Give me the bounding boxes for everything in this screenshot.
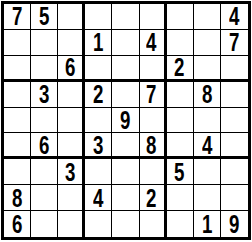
cell-r8c3[interactable] [58,185,85,211]
cell-r9c8[interactable]: 1 [194,211,221,237]
cell-r2c6[interactable]: 4 [140,30,167,56]
cell-r8c5[interactable] [112,185,139,211]
given-digit: 7 [146,82,156,107]
given-digit: 3 [65,159,75,184]
given-digit: 3 [93,133,103,157]
cell-r4c7[interactable] [167,82,194,108]
cell-r5c1[interactable] [4,108,31,134]
cell-r8c2[interactable] [31,185,58,211]
cell-r9c1[interactable]: 6 [4,211,31,237]
cell-r4c3[interactable] [58,82,85,108]
cell-r5c8[interactable] [194,108,221,134]
cell-r3c7[interactable]: 2 [167,56,194,82]
cell-r5c6[interactable] [140,108,167,134]
cell-r6c4[interactable]: 3 [85,133,112,159]
given-digit: 2 [146,185,156,210]
cell-r7c7[interactable]: 5 [167,159,194,185]
given-digit: 4 [146,30,156,55]
cell-r3c8[interactable] [194,56,221,82]
cell-r1c2[interactable]: 5 [31,4,58,30]
given-digit: 2 [174,56,184,80]
given-digit: 2 [93,82,103,107]
cell-r4c5[interactable] [112,82,139,108]
cell-r4c4[interactable]: 2 [85,82,112,108]
cell-r1c4[interactable] [85,4,112,30]
given-digit: 3 [39,82,49,107]
cell-r9c5[interactable] [112,211,139,237]
cell-r2c8[interactable] [194,30,221,56]
given-digit: 6 [65,56,75,80]
given-digit: 6 [12,211,22,237]
given-digit: 4 [93,185,103,210]
cell-r2c5[interactable] [112,30,139,56]
cell-r4c2[interactable]: 3 [31,82,58,108]
given-digit: 9 [229,211,239,237]
cell-r8c1[interactable]: 8 [4,185,31,211]
cell-r1c3[interactable] [58,4,85,30]
given-digit: 8 [12,185,22,210]
given-digit: 1 [202,211,212,237]
cell-r4c6[interactable]: 7 [140,82,167,108]
cell-r1c8[interactable] [194,4,221,30]
cell-r8c7[interactable] [167,185,194,211]
cell-r6c9[interactable] [221,133,248,159]
given-digit: 9 [120,108,130,133]
cell-r8c4[interactable]: 4 [85,185,112,211]
cell-r9c6[interactable] [140,211,167,237]
cell-r2c2[interactable] [31,30,58,56]
cell-r8c6[interactable]: 2 [140,185,167,211]
cell-r2c1[interactable] [4,30,31,56]
cell-r8c8[interactable] [194,185,221,211]
given-digit: 5 [39,4,49,29]
cell-r3c2[interactable] [31,56,58,82]
cell-r6c1[interactable] [4,133,31,159]
cell-r3c6[interactable] [140,56,167,82]
cell-r3c3[interactable]: 6 [58,56,85,82]
cell-r9c3[interactable] [58,211,85,237]
cell-r7c4[interactable] [85,159,112,185]
cell-r5c2[interactable] [31,108,58,134]
cell-r1c1[interactable]: 7 [4,4,31,30]
cell-r6c3[interactable] [58,133,85,159]
cell-r3c5[interactable] [112,56,139,82]
cell-r7c9[interactable] [221,159,248,185]
cell-r1c5[interactable] [112,4,139,30]
cell-r9c4[interactable] [85,211,112,237]
given-digit: 5 [174,159,184,184]
given-digit: 4 [202,133,212,157]
cell-r4c9[interactable] [221,82,248,108]
cell-r5c4[interactable] [85,108,112,134]
cell-r7c6[interactable] [140,159,167,185]
given-digit: 1 [93,30,103,55]
cell-r6c6[interactable]: 8 [140,133,167,159]
cell-r1c6[interactable] [140,4,167,30]
cell-r3c1[interactable] [4,56,31,82]
cell-r9c9[interactable]: 9 [221,211,248,237]
cell-r6c8[interactable]: 4 [194,133,221,159]
cell-r7c5[interactable] [112,159,139,185]
cell-r5c7[interactable] [167,108,194,134]
given-digit: 8 [146,133,156,157]
cell-r1c9[interactable]: 4 [221,4,248,30]
given-digit: 6 [39,133,49,157]
cell-r8c9[interactable] [221,185,248,211]
cell-r7c2[interactable] [31,159,58,185]
cell-r5c5[interactable]: 9 [112,108,139,134]
cell-r1c7[interactable] [167,4,194,30]
given-digit: 4 [229,4,239,29]
given-digit: 8 [202,82,212,107]
cell-r6c5[interactable] [112,133,139,159]
cell-r4c8[interactable]: 8 [194,82,221,108]
cell-r9c2[interactable] [31,211,58,237]
given-digit: 7 [12,4,22,29]
cell-r5c3[interactable] [58,108,85,134]
cell-r4c1[interactable] [4,82,31,108]
cell-r2c4[interactable]: 1 [85,30,112,56]
cell-r7c8[interactable] [194,159,221,185]
cell-r2c3[interactable] [58,30,85,56]
cell-r3c9[interactable] [221,56,248,82]
cell-r6c2[interactable]: 6 [31,133,58,159]
cell-r2c9[interactable]: 7 [221,30,248,56]
cell-r6c7[interactable] [167,133,194,159]
sudoku-board: 7541476232789638435842619 [1,1,251,240]
given-digit: 7 [229,30,239,55]
cell-r9c7[interactable] [167,211,194,237]
cell-r2c7[interactable] [167,30,194,56]
cell-r7c3[interactable]: 3 [58,159,85,185]
cell-r7c1[interactable] [4,159,31,185]
cell-r5c9[interactable] [221,108,248,134]
cell-r3c4[interactable] [85,56,112,82]
